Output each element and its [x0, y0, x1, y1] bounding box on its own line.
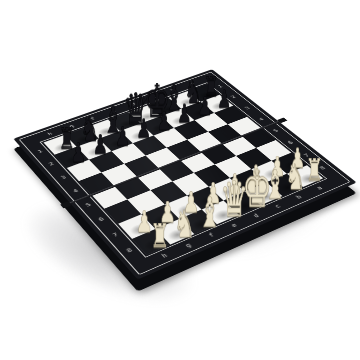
product-photo: hgfedcba hgfedcba 12345678 12345678 ♜♞♝♛…	[0, 0, 360, 360]
chess-board: hgfedcba hgfedcba 12345678 12345678 ♜♞♝♛…	[13, 69, 356, 279]
board-frame: hgfedcba hgfedcba 12345678 12345678 ♜♞♝♛…	[13, 69, 356, 279]
